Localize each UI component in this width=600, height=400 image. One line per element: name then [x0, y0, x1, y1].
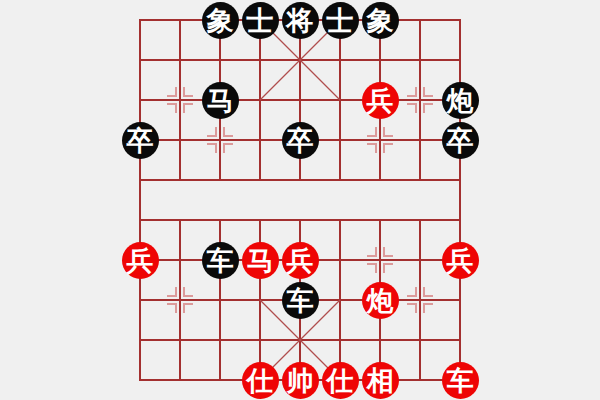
- piece-red-cannon-g8[interactable]: 炮: [362, 282, 399, 319]
- piece-black-advisor-f1[interactable]: 士: [322, 2, 359, 39]
- piece-red-general-e10[interactable]: 帅: [282, 362, 319, 399]
- piece-black-general-e1[interactable]: 将: [282, 2, 319, 39]
- piece-black-pawn-a4[interactable]: 卒: [122, 122, 159, 159]
- piece-black-pawn-e4[interactable]: 卒: [282, 122, 319, 159]
- piece-red-horse-d7[interactable]: 马: [242, 242, 279, 279]
- piece-black-pawn-i4[interactable]: 卒: [442, 122, 479, 159]
- piece-black-elephant-g1[interactable]: 象: [362, 2, 399, 39]
- piece-black-elephant-c1[interactable]: 象: [202, 2, 239, 39]
- piece-red-advisor-d10[interactable]: 仕: [242, 362, 279, 399]
- piece-red-pawn-i7[interactable]: 兵: [442, 242, 479, 279]
- pieces-layer: 象士将士象马兵炮卒卒卒兵车马兵兵车炮仕帅仕相车: [0, 0, 600, 400]
- piece-red-pawn-e7[interactable]: 兵: [282, 242, 319, 279]
- piece-red-elephant-g10[interactable]: 相: [362, 362, 399, 399]
- piece-black-chariot-c7[interactable]: 车: [202, 242, 239, 279]
- piece-red-chariot-i10[interactable]: 车: [442, 362, 479, 399]
- piece-red-pawn-g3[interactable]: 兵: [362, 82, 399, 119]
- piece-red-pawn-a7[interactable]: 兵: [122, 242, 159, 279]
- piece-black-chariot-e8[interactable]: 车: [282, 282, 319, 319]
- xiangqi-diagram: 象士将士象马兵炮卒卒卒兵车马兵兵车炮仕帅仕相车: [0, 0, 600, 400]
- piece-red-advisor-f10[interactable]: 仕: [322, 362, 359, 399]
- piece-black-cannon-i3[interactable]: 炮: [442, 82, 479, 119]
- piece-black-advisor-d1[interactable]: 士: [242, 2, 279, 39]
- piece-black-horse-c3[interactable]: 马: [202, 82, 239, 119]
